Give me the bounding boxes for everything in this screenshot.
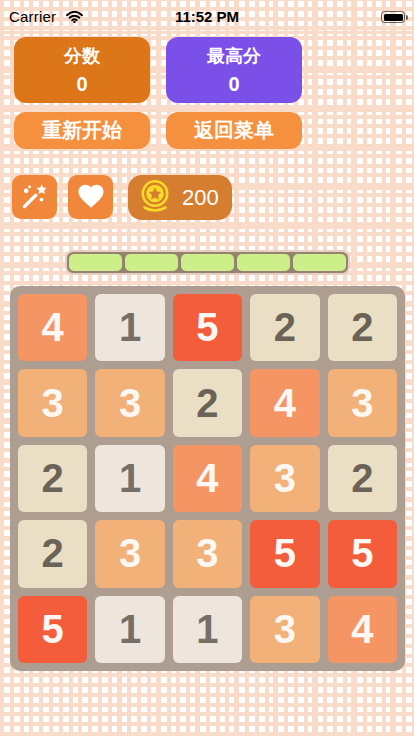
tile-3: 3 — [95, 369, 164, 436]
progress-segment — [293, 254, 346, 271]
tile-3: 3 — [18, 369, 87, 436]
tile-4: 4 — [173, 445, 242, 512]
best-score-value: 0 — [228, 73, 239, 96]
coin-balance-panel[interactable]: 200 — [128, 175, 232, 220]
tile-2: 2 — [328, 445, 397, 512]
restart-button[interactable]: 重新开始 — [14, 112, 150, 149]
tile-2: 2 — [18, 520, 87, 587]
tile-4: 4 — [18, 294, 87, 361]
tile-1: 1 — [95, 294, 164, 361]
game-board[interactable]: 4152233243214322335551134 — [10, 286, 405, 671]
progress-segment — [237, 254, 290, 271]
level-progress — [65, 250, 350, 275]
coin-medal-icon — [137, 178, 173, 218]
coin-count: 200 — [182, 185, 219, 211]
tile-1: 1 — [95, 596, 164, 663]
battery-icon — [381, 11, 405, 23]
tile-3: 3 — [250, 445, 319, 512]
status-bar: Carrier 11:52 PM — [0, 0, 414, 44]
tile-3: 3 — [328, 369, 397, 436]
best-score-label: 最高分 — [207, 44, 261, 68]
tile-4: 4 — [250, 369, 319, 436]
heart-icon — [76, 181, 106, 214]
app-screen: Carrier 11:52 PM 分数 0 最高分 0 重新开始 返回菜单 — [0, 0, 414, 736]
back-to-menu-button[interactable]: 返回菜单 — [166, 112, 302, 149]
heart-button[interactable] — [68, 175, 113, 219]
tile-4: 4 — [328, 596, 397, 663]
clock: 11:52 PM — [0, 8, 414, 25]
tile-5: 5 — [173, 294, 242, 361]
tile-2: 2 — [18, 445, 87, 512]
tile-2: 2 — [173, 369, 242, 436]
progress-segment — [69, 254, 122, 271]
tile-3: 3 — [250, 596, 319, 663]
progress-segment — [125, 254, 178, 271]
score-panel: 分数 0 — [14, 37, 150, 103]
progress-segment — [181, 254, 234, 271]
score-value: 0 — [76, 73, 87, 96]
tile-2: 2 — [328, 294, 397, 361]
magic-wand-button[interactable] — [12, 175, 57, 219]
tile-2: 2 — [250, 294, 319, 361]
best-score-panel: 最高分 0 — [166, 37, 302, 103]
magic-wand-icon — [20, 181, 50, 214]
tile-1: 1 — [173, 596, 242, 663]
tile-3: 3 — [95, 520, 164, 587]
tile-5: 5 — [18, 596, 87, 663]
score-label: 分数 — [64, 44, 100, 68]
tile-5: 5 — [250, 520, 319, 587]
tile-3: 3 — [173, 520, 242, 587]
tile-5: 5 — [328, 520, 397, 587]
tile-1: 1 — [95, 445, 164, 512]
